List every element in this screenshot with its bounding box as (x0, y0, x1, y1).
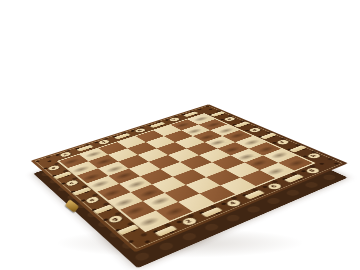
coordinate-label: 6 (270, 184, 279, 188)
coordinate-label: 7 (171, 118, 177, 121)
coordinate-medallion-icon: 6 (264, 182, 285, 192)
coordinate-medallion-icon: 2 (178, 216, 199, 227)
cream-inlay-bar (243, 190, 264, 199)
cream-inlay-bar (200, 207, 222, 217)
board-tilt-wrapper: 12345678abcdefgh♜♞♝♛♚♝♞♜♟♟♟♟♟♟♟♟♟♟♟♟♟♟♟♟… (0, 0, 360, 270)
coordinate-medallion-icon: 4 (222, 198, 243, 208)
coordinate-label: 2 (184, 219, 193, 224)
coordinate-label: b (226, 118, 233, 121)
rook-glyph: ♜ (130, 178, 170, 223)
coordinate-label: g (111, 217, 119, 222)
coordinate-label: c (68, 181, 74, 185)
coordinate-medallion-icon: e (82, 195, 101, 205)
coordinate-label: e (88, 198, 95, 202)
coordinate-label: a (50, 166, 56, 169)
cream-inlay-bar (283, 174, 303, 183)
coordinate-medallion-icon: 8 (302, 166, 322, 175)
coordinate-label: 8 (308, 169, 316, 173)
cream-inlay-bar (92, 204, 113, 214)
coordinate-label: 4 (228, 201, 237, 205)
chess-set-photo: 12345678abcdefgh♜♞♝♛♚♝♞♜♟♟♟♟♟♟♟♟♟♟♟♟♟♟♟♟… (0, 0, 360, 270)
coordinate-label: 1 (62, 153, 68, 156)
pawn-glyph: ♟ (261, 140, 291, 173)
cream-inlay-bar (154, 225, 177, 236)
cream-inlay-bar (116, 224, 138, 235)
